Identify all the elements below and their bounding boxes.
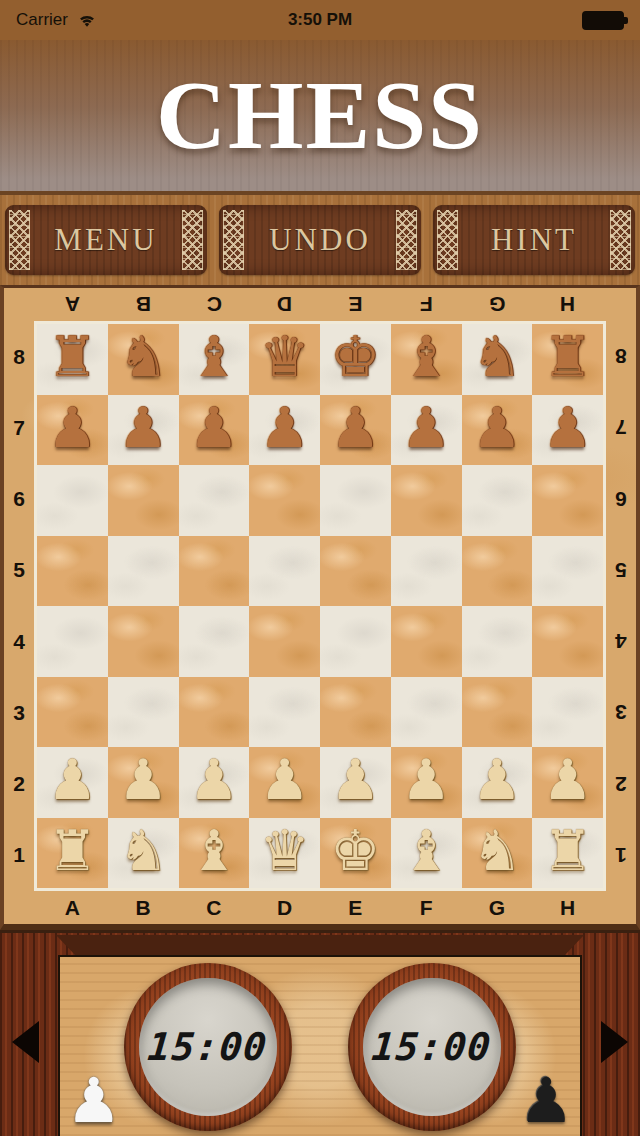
- square-e2[interactable]: ♟: [320, 747, 391, 818]
- file-label-a: A: [37, 288, 108, 321]
- square-f3[interactable]: [391, 677, 462, 748]
- rank-label-3: 3: [606, 677, 636, 748]
- hint-button-label: HINT: [491, 222, 577, 258]
- square-c8[interactable]: ♝: [179, 324, 250, 395]
- rank-label-5: 5: [606, 535, 636, 606]
- square-g1[interactable]: ♞: [462, 818, 533, 889]
- square-h8[interactable]: ♜: [532, 324, 603, 395]
- square-d7[interactable]: ♟: [249, 395, 320, 466]
- file-label-d: D: [249, 288, 320, 321]
- chess-app-screen: 3:50 PM Carrier CHESS MENU UNDO HINT: [0, 0, 640, 1136]
- black-clock: 15:00: [348, 963, 516, 1131]
- white-pawn[interactable]: ♟: [543, 752, 593, 808]
- clock-section: 15:00 15:00 ♟ ♟: [0, 930, 640, 1136]
- file-label-c: C: [179, 891, 250, 924]
- file-label-e: E: [320, 891, 391, 924]
- white-pawn[interactable]: ♟: [260, 752, 310, 808]
- square-d4[interactable]: [249, 606, 320, 677]
- button-ornament-right: [610, 210, 631, 270]
- square-f5[interactable]: [391, 536, 462, 607]
- file-label-e: E: [320, 288, 391, 321]
- black-bishop[interactable]: ♝: [401, 329, 451, 385]
- menu-button[interactable]: MENU: [5, 205, 207, 275]
- square-a8[interactable]: ♜: [37, 324, 108, 395]
- black-bishop[interactable]: ♝: [189, 329, 239, 385]
- rank-label-6: 6: [4, 464, 34, 535]
- white-knight[interactable]: ♞: [118, 823, 168, 879]
- button-ornament-left: [437, 210, 458, 270]
- rank-label-2: 2: [4, 749, 34, 820]
- file-label-b: B: [108, 288, 179, 321]
- square-e5[interactable]: [320, 536, 391, 607]
- rank-label-1: 1: [4, 820, 34, 891]
- square-b1[interactable]: ♞: [108, 818, 179, 889]
- rank-label-4: 4: [606, 606, 636, 677]
- file-label-f: F: [391, 891, 462, 924]
- white-bishop[interactable]: ♝: [189, 823, 239, 879]
- black-pawn[interactable]: ♟: [472, 400, 522, 456]
- square-a3[interactable]: [37, 677, 108, 748]
- square-d8[interactable]: ♛: [249, 324, 320, 395]
- file-labels-bottom: ABCDEFGH: [37, 891, 603, 924]
- square-h5[interactable]: [532, 536, 603, 607]
- square-b7[interactable]: ♟: [108, 395, 179, 466]
- white-pawn[interactable]: ♟: [47, 752, 97, 808]
- white-knight[interactable]: ♞: [472, 823, 522, 879]
- black-pawn[interactable]: ♟: [543, 400, 593, 456]
- rank-label-5: 5: [4, 535, 34, 606]
- square-b2[interactable]: ♟: [108, 747, 179, 818]
- white-clock-lcd: 15:00: [139, 978, 277, 1116]
- previous-arrow-button[interactable]: [12, 1021, 39, 1063]
- button-ornament-left: [9, 210, 30, 270]
- white-pawn[interactable]: ♟: [472, 752, 522, 808]
- battery-icon: [582, 11, 624, 30]
- rank-label-4: 4: [4, 606, 34, 677]
- square-a7[interactable]: ♟: [37, 395, 108, 466]
- rank-label-2: 2: [606, 749, 636, 820]
- file-label-c: C: [179, 288, 250, 321]
- rank-label-6: 6: [606, 464, 636, 535]
- board-squares: ♜♞♝♛♚♝♞♜♟♟♟♟♟♟♟♟♟♟♟♟♟♟♟♟♜♞♝♛♚♝♞♜: [34, 321, 606, 891]
- square-g6[interactable]: [462, 465, 533, 536]
- square-f7[interactable]: ♟: [391, 395, 462, 466]
- square-f6[interactable]: [391, 465, 462, 536]
- square-c7[interactable]: ♟: [179, 395, 250, 466]
- rank-label-7: 7: [606, 392, 636, 463]
- square-h4[interactable]: [532, 606, 603, 677]
- square-b5[interactable]: [108, 536, 179, 607]
- square-e7[interactable]: ♟: [320, 395, 391, 466]
- black-pawn[interactable]: ♟: [401, 400, 451, 456]
- white-king[interactable]: ♚: [330, 823, 380, 879]
- square-d6[interactable]: [249, 465, 320, 536]
- file-label-g: G: [462, 288, 533, 321]
- black-pawn[interactable]: ♟: [47, 400, 97, 456]
- square-c5[interactable]: [179, 536, 250, 607]
- black-pawn[interactable]: ♟: [330, 400, 380, 456]
- square-f4[interactable]: [391, 606, 462, 677]
- white-pawn[interactable]: ♟: [401, 752, 451, 808]
- square-e8[interactable]: ♚: [320, 324, 391, 395]
- white-pawn[interactable]: ♟: [189, 752, 239, 808]
- square-f1[interactable]: ♝: [391, 818, 462, 889]
- square-b3[interactable]: [108, 677, 179, 748]
- next-arrow-button[interactable]: [601, 1021, 628, 1063]
- rank-label-3: 3: [4, 677, 34, 748]
- white-clock-time: 15:00: [146, 1025, 269, 1069]
- square-a2[interactable]: ♟: [37, 747, 108, 818]
- square-g7[interactable]: ♟: [462, 395, 533, 466]
- undo-button[interactable]: UNDO: [219, 205, 421, 275]
- white-queen[interactable]: ♛: [260, 823, 310, 879]
- rank-label-8: 8: [4, 321, 34, 392]
- header: CHESS: [0, 40, 640, 195]
- square-g4[interactable]: [462, 606, 533, 677]
- square-c2[interactable]: ♟: [179, 747, 250, 818]
- square-e6[interactable]: [320, 465, 391, 536]
- square-c1[interactable]: ♝: [179, 818, 250, 889]
- file-label-h: H: [532, 891, 603, 924]
- black-pawn[interactable]: ♟: [189, 400, 239, 456]
- square-g5[interactable]: [462, 536, 533, 607]
- square-g2[interactable]: ♟: [462, 747, 533, 818]
- rank-label-7: 7: [4, 392, 34, 463]
- white-pawn[interactable]: ♟: [330, 752, 380, 808]
- white-rook[interactable]: ♜: [543, 823, 593, 879]
- square-a1[interactable]: ♜: [37, 818, 108, 889]
- black-queen[interactable]: ♛: [260, 329, 310, 385]
- rank-labels-left: 87654321: [4, 321, 34, 891]
- file-label-b: B: [108, 891, 179, 924]
- square-g3[interactable]: [462, 677, 533, 748]
- undo-button-label: UNDO: [269, 222, 371, 258]
- square-h1[interactable]: ♜: [532, 818, 603, 889]
- rank-label-8: 8: [606, 321, 636, 392]
- white-pawn[interactable]: ♟: [118, 752, 168, 808]
- square-a5[interactable]: [37, 536, 108, 607]
- file-label-a: A: [37, 891, 108, 924]
- square-d5[interactable]: [249, 536, 320, 607]
- square-e1[interactable]: ♚: [320, 818, 391, 889]
- square-b6[interactable]: [108, 465, 179, 536]
- black-king[interactable]: ♚: [330, 329, 380, 385]
- black-pawn[interactable]: ♟: [260, 400, 310, 456]
- square-a4[interactable]: [37, 606, 108, 677]
- square-d1[interactable]: ♛: [249, 818, 320, 889]
- white-clock: 15:00: [124, 963, 292, 1131]
- button-ornament-right: [182, 210, 203, 270]
- square-f2[interactable]: ♟: [391, 747, 462, 818]
- square-a6[interactable]: [37, 465, 108, 536]
- black-rook[interactable]: ♜: [47, 329, 97, 385]
- chess-board: ABCDEFGH 87654321 87654321 ABCDEFGH ♜♞♝♛…: [0, 285, 640, 930]
- square-e3[interactable]: [320, 677, 391, 748]
- black-clock-lcd: 15:00: [363, 978, 501, 1116]
- toolbar: MENU UNDO HINT: [0, 195, 640, 285]
- black-rook[interactable]: ♜: [543, 329, 593, 385]
- button-ornament-right: [396, 210, 417, 270]
- file-label-g: G: [462, 891, 533, 924]
- square-d3[interactable]: [249, 677, 320, 748]
- square-d2[interactable]: ♟: [249, 747, 320, 818]
- white-pawn-icon: ♟: [66, 1070, 122, 1132]
- rank-labels-right: 87654321: [606, 321, 636, 891]
- square-e4[interactable]: [320, 606, 391, 677]
- black-pawn-icon: ♟: [518, 1070, 574, 1132]
- black-knight[interactable]: ♞: [118, 329, 168, 385]
- clock-panel: 15:00 15:00 ♟ ♟: [58, 955, 582, 1136]
- square-b8[interactable]: ♞: [108, 324, 179, 395]
- white-bishop[interactable]: ♝: [401, 823, 451, 879]
- square-h6[interactable]: [532, 465, 603, 536]
- menu-button-label: MENU: [54, 222, 157, 258]
- button-ornament-left: [223, 210, 244, 270]
- black-pawn[interactable]: ♟: [118, 400, 168, 456]
- square-f8[interactable]: ♝: [391, 324, 462, 395]
- square-h2[interactable]: ♟: [532, 747, 603, 818]
- status-time: 3:50 PM: [0, 10, 640, 30]
- file-label-h: H: [532, 288, 603, 321]
- hint-button[interactable]: HINT: [433, 205, 635, 275]
- black-knight[interactable]: ♞: [472, 329, 522, 385]
- clock-panel-bevel: [56, 935, 584, 956]
- white-rook[interactable]: ♜: [47, 823, 97, 879]
- square-c4[interactable]: [179, 606, 250, 677]
- black-clock-time: 15:00: [370, 1025, 493, 1069]
- file-labels-top: ABCDEFGH: [37, 288, 603, 321]
- square-g8[interactable]: ♞: [462, 324, 533, 395]
- file-label-d: D: [249, 891, 320, 924]
- rank-label-1: 1: [606, 820, 636, 891]
- square-b4[interactable]: [108, 606, 179, 677]
- file-label-f: F: [391, 288, 462, 321]
- square-c6[interactable]: [179, 465, 250, 536]
- square-c3[interactable]: [179, 677, 250, 748]
- app-title: CHESS: [156, 67, 484, 164]
- status-bar: 3:50 PM Carrier: [0, 0, 640, 40]
- square-h7[interactable]: ♟: [532, 395, 603, 466]
- square-h3[interactable]: [532, 677, 603, 748]
